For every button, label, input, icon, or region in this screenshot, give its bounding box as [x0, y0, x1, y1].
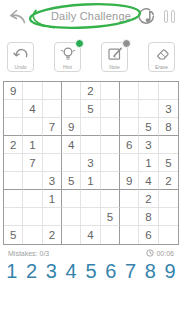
cell-r2c3[interactable]	[43, 100, 62, 118]
cell-r4c4[interactable]: 4	[62, 136, 81, 154]
undo-icon	[13, 46, 29, 60]
eraser-icon	[154, 46, 170, 61]
numpad-1[interactable]: 1	[6, 261, 17, 281]
cell-r8c6[interactable]: 5	[101, 208, 120, 226]
cell-r4c6[interactable]	[101, 136, 120, 154]
cell-r6c8[interactable]: 4	[139, 172, 158, 190]
cell-r7c1[interactable]	[4, 190, 23, 208]
music-note-icon	[137, 7, 156, 27]
numpad-7[interactable]: 7	[125, 261, 136, 281]
note-button[interactable]: Note	[101, 42, 128, 72]
note-toggle-badge	[122, 39, 131, 48]
cell-r9c4[interactable]	[62, 226, 81, 244]
cell-r4c9[interactable]	[159, 136, 178, 154]
cell-r4c2[interactable]: 1	[23, 136, 42, 154]
timer: 00:06	[146, 249, 174, 257]
cell-r6c9[interactable]: 2	[159, 172, 178, 190]
cell-r7c6[interactable]	[101, 190, 120, 208]
sudoku-daily-challenge-screen: Daily Challenge Undo	[0, 0, 182, 323]
cell-r9c8[interactable]: 6	[139, 226, 158, 244]
cell-r5c1[interactable]	[4, 154, 23, 172]
cell-r7c2[interactable]	[23, 190, 42, 208]
cell-r4c8[interactable]: 3	[139, 136, 158, 154]
cell-r9c5[interactable]: 4	[81, 226, 100, 244]
cell-r7c3[interactable]: 1	[43, 190, 62, 208]
numpad-3[interactable]: 3	[46, 261, 57, 281]
cell-r2c5[interactable]: 5	[81, 100, 100, 118]
cell-r2c2[interactable]: 4	[23, 100, 42, 118]
cell-r9c7[interactable]	[120, 226, 139, 244]
cell-r4c5[interactable]	[81, 136, 100, 154]
cell-r5c6[interactable]	[101, 154, 120, 172]
pause-bar-icon	[164, 10, 168, 23]
cell-r9c9[interactable]	[159, 226, 178, 244]
cell-r4c7[interactable]: 6	[120, 136, 139, 154]
cell-r3c1[interactable]	[4, 118, 23, 136]
lightbulb-icon	[60, 46, 76, 61]
cell-r8c3[interactable]	[43, 208, 62, 226]
cell-r3c6[interactable]	[101, 118, 120, 136]
cell-r5c8[interactable]: 1	[139, 154, 158, 172]
cell-r3c7[interactable]	[120, 118, 139, 136]
toolbar: Undo Hint Note Erase	[0, 42, 182, 72]
numpad-5[interactable]: 5	[85, 261, 96, 281]
cell-r5c2[interactable]: 7	[23, 154, 42, 172]
cell-r3c3[interactable]: 7	[43, 118, 62, 136]
timer-value: 00:06	[156, 250, 174, 257]
cell-r3c5[interactable]	[81, 118, 100, 136]
cell-r1c1[interactable]: 9	[4, 82, 23, 100]
cell-r8c4[interactable]	[62, 208, 81, 226]
numpad-8[interactable]: 8	[145, 261, 156, 281]
cell-r2c8[interactable]	[139, 100, 158, 118]
cell-r4c1[interactable]: 2	[4, 136, 23, 154]
cell-r1c5[interactable]: 2	[81, 82, 100, 100]
cell-r8c9[interactable]	[159, 208, 178, 226]
cell-r3c4[interactable]: 9	[62, 118, 81, 136]
cell-r5c3[interactable]	[43, 154, 62, 172]
status-row: Mistakes: 0/3 00:06	[8, 249, 174, 257]
sudoku-board: 92453795821463731535194212585246	[3, 81, 179, 245]
cell-r2c4[interactable]	[62, 100, 81, 118]
cell-r5c5[interactable]: 3	[81, 154, 100, 172]
cell-r1c3[interactable]	[43, 82, 62, 100]
hint-badge	[75, 39, 84, 48]
pencil-note-icon	[107, 46, 123, 61]
cell-r3c9[interactable]: 8	[159, 118, 178, 136]
cell-r1c2[interactable]	[23, 82, 42, 100]
numpad-9[interactable]: 9	[164, 261, 175, 281]
music-button[interactable]	[137, 7, 156, 27]
cell-r6c7[interactable]: 9	[120, 172, 139, 190]
cell-r2c7[interactable]	[120, 100, 139, 118]
numpad-6[interactable]: 6	[105, 261, 116, 281]
cell-r6c4[interactable]: 5	[62, 172, 81, 190]
cell-r1c9[interactable]	[159, 82, 178, 100]
cell-r9c1[interactable]: 5	[4, 226, 23, 244]
erase-button[interactable]: Erase	[148, 42, 175, 72]
cell-r2c6[interactable]	[101, 100, 120, 118]
cell-r7c4[interactable]	[62, 190, 81, 208]
hint-label: Hint	[55, 64, 80, 70]
cell-r6c2[interactable]	[23, 172, 42, 190]
cell-r7c7[interactable]	[120, 190, 139, 208]
pause-bar-icon	[171, 10, 175, 23]
cell-r8c8[interactable]: 8	[139, 208, 158, 226]
cell-r7c5[interactable]	[81, 190, 100, 208]
cell-r6c1[interactable]	[4, 172, 23, 190]
erase-label: Erase	[149, 64, 174, 70]
hint-button[interactable]: Hint	[54, 42, 81, 72]
cell-r5c4[interactable]	[62, 154, 81, 172]
cell-r1c4[interactable]	[62, 82, 81, 100]
cell-r6c3[interactable]: 3	[43, 172, 62, 190]
cell-r8c7[interactable]	[120, 208, 139, 226]
cell-r3c2[interactable]	[23, 118, 42, 136]
numpad-2[interactable]: 2	[26, 261, 37, 281]
cell-r3c8[interactable]: 5	[139, 118, 158, 136]
note-label: Note	[102, 64, 127, 70]
cell-r5c7[interactable]	[120, 154, 139, 172]
cell-r1c8[interactable]	[139, 82, 158, 100]
cell-r1c7[interactable]	[120, 82, 139, 100]
cell-r2c1[interactable]	[4, 100, 23, 118]
cell-r4c3[interactable]	[43, 136, 62, 154]
cell-r2c9[interactable]: 3	[159, 100, 178, 118]
cell-r8c1[interactable]	[4, 208, 23, 226]
numpad-4[interactable]: 4	[66, 261, 77, 281]
cell-r7c8[interactable]: 2	[139, 190, 158, 208]
mistakes-counter: Mistakes: 0/3	[8, 250, 49, 257]
cell-r8c2[interactable]	[23, 208, 42, 226]
cell-r6c6[interactable]	[101, 172, 120, 190]
cell-r8c5[interactable]	[81, 208, 100, 226]
undo-button[interactable]: Undo	[7, 42, 34, 72]
number-pad: 123456789	[2, 257, 180, 284]
undo-label: Undo	[8, 64, 33, 70]
header: Daily Challenge	[0, 5, 182, 29]
cell-r9c6[interactable]	[101, 226, 120, 244]
pause-button[interactable]	[164, 10, 175, 23]
clock-icon	[146, 249, 154, 257]
cell-r9c2[interactable]	[23, 226, 42, 244]
cell-r1c6[interactable]	[101, 82, 120, 100]
cell-r6c5[interactable]: 1	[81, 172, 100, 190]
cell-r7c9[interactable]	[159, 190, 178, 208]
cell-r5c9[interactable]: 5	[159, 154, 178, 172]
cell-r9c3[interactable]: 2	[43, 226, 62, 244]
